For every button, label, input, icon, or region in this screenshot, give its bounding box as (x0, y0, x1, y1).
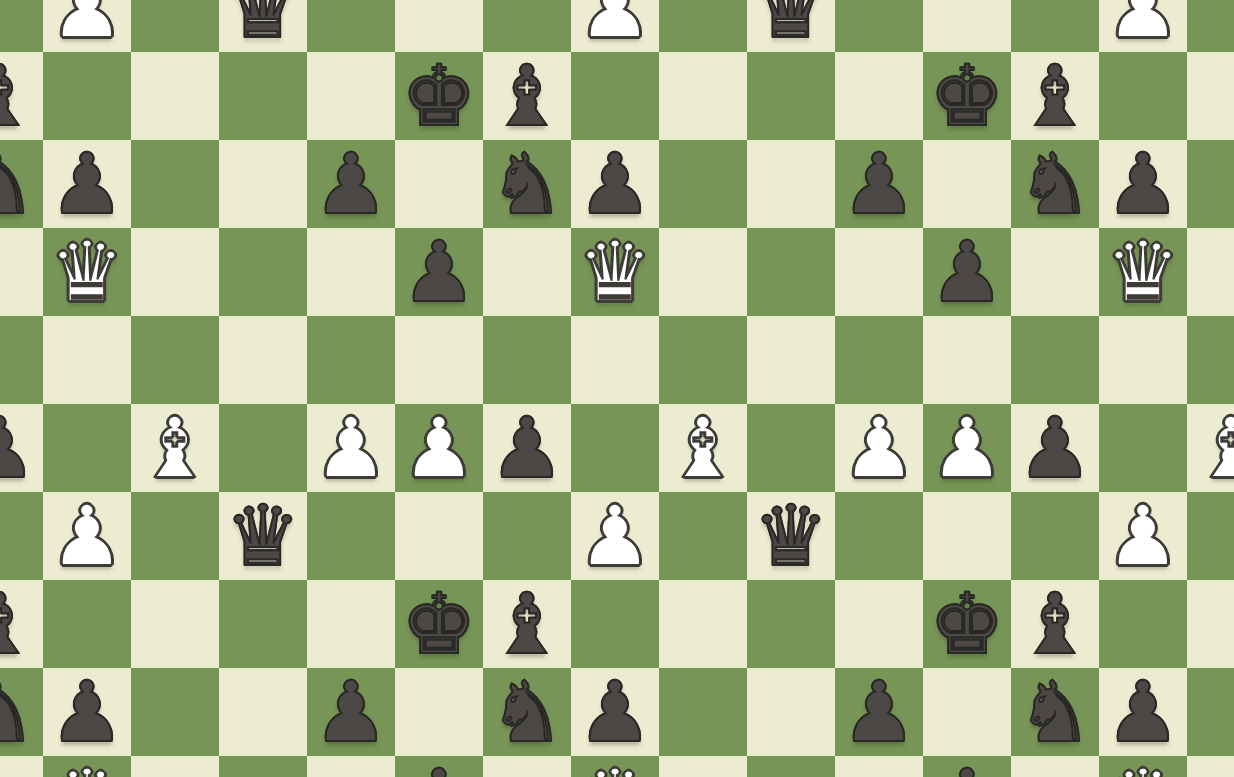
square-r6-c1[interactable]: ♟ (43, 492, 131, 580)
square-r9-c11[interactable]: ♟ (923, 756, 1011, 777)
square-r1-c6[interactable]: ♝ (483, 52, 571, 140)
white-queen[interactable]: ♛ (577, 230, 652, 314)
square-r9-c5[interactable]: ♟ (395, 756, 483, 777)
square-r0-c1[interactable]: ♟ (43, 0, 131, 52)
square-r2-c8[interactable] (659, 140, 747, 228)
square-r6-c2[interactable] (131, 492, 219, 580)
black-pawn[interactable]: ♟ (1105, 670, 1180, 754)
square-r0-c4[interactable] (307, 0, 395, 52)
square-r5-c6[interactable]: ♟ (483, 404, 571, 492)
square-r6-c5[interactable] (395, 492, 483, 580)
square-r2-c1[interactable]: ♟ (43, 140, 131, 228)
square-r2-c14[interactable] (1187, 140, 1234, 228)
black-king[interactable]: ♚ (929, 582, 1004, 666)
square-r0-c9[interactable]: ♛ (747, 0, 835, 52)
square-r1-c7[interactable] (571, 52, 659, 140)
square-r6-c12[interactable] (1011, 492, 1099, 580)
black-pawn[interactable]: ♟ (313, 670, 388, 754)
square-r3-c3[interactable] (219, 228, 307, 316)
square-r5-c12[interactable]: ♟ (1011, 404, 1099, 492)
square-r8-c9[interactable] (747, 668, 835, 756)
square-r7-c2[interactable] (131, 580, 219, 668)
square-r5-c0[interactable]: ♟ (0, 404, 43, 492)
square-r8-c1[interactable]: ♟ (43, 668, 131, 756)
square-r1-c14[interactable] (1187, 52, 1234, 140)
black-knight[interactable]: ♞ (0, 142, 37, 226)
black-pawn[interactable]: ♟ (1017, 406, 1092, 490)
black-king[interactable]: ♚ (929, 54, 1004, 138)
square-r9-c6[interactable] (483, 756, 571, 777)
square-r3-c1[interactable]: ♛ (43, 228, 131, 316)
black-king[interactable]: ♚ (401, 54, 476, 138)
square-r2-c11[interactable] (923, 140, 1011, 228)
square-r7-c11[interactable]: ♚ (923, 580, 1011, 668)
white-bishop[interactable]: ♝ (1193, 406, 1234, 490)
square-r7-c9[interactable] (747, 580, 835, 668)
black-pawn[interactable]: ♟ (313, 142, 388, 226)
square-r1-c9[interactable] (747, 52, 835, 140)
white-pawn[interactable]: ♟ (841, 406, 916, 490)
square-r2-c2[interactable] (131, 140, 219, 228)
black-knight[interactable]: ♞ (1017, 670, 1092, 754)
black-pawn[interactable]: ♟ (929, 758, 1004, 777)
square-r5-c1[interactable] (43, 404, 131, 492)
black-pawn[interactable]: ♟ (49, 670, 124, 754)
square-r7-c13[interactable] (1099, 580, 1187, 668)
square-r8-c14[interactable] (1187, 668, 1234, 756)
white-pawn[interactable]: ♟ (401, 406, 476, 490)
black-knight[interactable]: ♞ (1017, 142, 1092, 226)
black-knight[interactable]: ♞ (0, 670, 37, 754)
square-r5-c13[interactable] (1099, 404, 1187, 492)
square-r5-c9[interactable] (747, 404, 835, 492)
square-r9-c9[interactable] (747, 756, 835, 777)
square-r9-c1[interactable]: ♛ (43, 756, 131, 777)
white-queen[interactable]: ♛ (49, 230, 124, 314)
square-r7-c0[interactable]: ♝ (0, 580, 43, 668)
square-r9-c8[interactable] (659, 756, 747, 777)
square-r1-c11[interactable]: ♚ (923, 52, 1011, 140)
black-bishop[interactable]: ♝ (0, 54, 37, 138)
square-r1-c12[interactable]: ♝ (1011, 52, 1099, 140)
square-r5-c10[interactable]: ♟ (835, 404, 923, 492)
square-r0-c0[interactable] (0, 0, 43, 52)
square-r1-c8[interactable] (659, 52, 747, 140)
square-r6-c3[interactable]: ♛ (219, 492, 307, 580)
square-r6-c11[interactable] (923, 492, 1011, 580)
square-r3-c4[interactable] (307, 228, 395, 316)
chess-board: ♟♛♟♛♟♝♚♝♚♝♞♟♟♞♟♟♞♟♛♟♛♟♛♟♝♟♟♟♝♟♟♟♝♟♛♟♛♟♝♚… (0, 0, 1234, 777)
square-r5-c11[interactable]: ♟ (923, 404, 1011, 492)
square-r6-c7[interactable]: ♟ (571, 492, 659, 580)
square-r9-c4[interactable] (307, 756, 395, 777)
square-r5-c14[interactable]: ♝ (1187, 404, 1234, 492)
square-r4-c2[interactable] (131, 316, 219, 404)
black-bishop[interactable]: ♝ (1017, 582, 1092, 666)
square-r0-c8[interactable] (659, 0, 747, 52)
square-r0-c2[interactable] (131, 0, 219, 52)
black-pawn[interactable]: ♟ (1105, 142, 1180, 226)
square-r9-c0[interactable] (0, 756, 43, 777)
black-queen[interactable]: ♛ (225, 494, 300, 578)
black-queen[interactable]: ♛ (753, 0, 828, 50)
square-r4-c0[interactable] (0, 316, 43, 404)
square-r8-c10[interactable]: ♟ (835, 668, 923, 756)
square-r2-c3[interactable] (219, 140, 307, 228)
square-r2-c6[interactable]: ♞ (483, 140, 571, 228)
square-r6-c6[interactable] (483, 492, 571, 580)
square-r1-c10[interactable] (835, 52, 923, 140)
square-r7-c14[interactable] (1187, 580, 1234, 668)
black-pawn[interactable]: ♟ (577, 670, 652, 754)
square-r6-c13[interactable]: ♟ (1099, 492, 1187, 580)
black-bishop[interactable]: ♝ (0, 582, 37, 666)
square-r3-c0[interactable] (0, 228, 43, 316)
black-knight[interactable]: ♞ (489, 670, 564, 754)
square-r4-c7[interactable] (571, 316, 659, 404)
white-pawn[interactable]: ♟ (49, 494, 124, 578)
square-r4-c13[interactable] (1099, 316, 1187, 404)
black-bishop[interactable]: ♝ (1017, 54, 1092, 138)
square-r0-c3[interactable]: ♛ (219, 0, 307, 52)
square-r1-c13[interactable] (1099, 52, 1187, 140)
square-r8-c12[interactable]: ♞ (1011, 668, 1099, 756)
square-r5-c5[interactable]: ♟ (395, 404, 483, 492)
square-r2-c10[interactable]: ♟ (835, 140, 923, 228)
black-bishop[interactable]: ♝ (489, 54, 564, 138)
square-r9-c10[interactable] (835, 756, 923, 777)
black-king[interactable]: ♚ (401, 582, 476, 666)
square-r4-c6[interactable] (483, 316, 571, 404)
square-r6-c9[interactable]: ♛ (747, 492, 835, 580)
square-r8-c0[interactable]: ♞ (0, 668, 43, 756)
white-pawn[interactable]: ♟ (577, 494, 652, 578)
square-r7-c7[interactable] (571, 580, 659, 668)
square-r7-c10[interactable] (835, 580, 923, 668)
black-pawn[interactable]: ♟ (401, 758, 476, 777)
square-r3-c5[interactable]: ♟ (395, 228, 483, 316)
square-r1-c2[interactable] (131, 52, 219, 140)
square-r3-c8[interactable] (659, 228, 747, 316)
black-pawn[interactable]: ♟ (929, 230, 1004, 314)
square-r8-c13[interactable]: ♟ (1099, 668, 1187, 756)
square-r7-c1[interactable] (43, 580, 131, 668)
white-bishop[interactable]: ♝ (137, 406, 212, 490)
square-r0-c11[interactable] (923, 0, 1011, 52)
black-pawn[interactable]: ♟ (577, 142, 652, 226)
square-r5-c8[interactable]: ♝ (659, 404, 747, 492)
square-r2-c12[interactable]: ♞ (1011, 140, 1099, 228)
square-r0-c13[interactable]: ♟ (1099, 0, 1187, 52)
square-r3-c9[interactable] (747, 228, 835, 316)
square-r4-c4[interactable] (307, 316, 395, 404)
square-r5-c7[interactable] (571, 404, 659, 492)
square-r4-c3[interactable] (219, 316, 307, 404)
square-r4-c9[interactable] (747, 316, 835, 404)
square-r3-c2[interactable] (131, 228, 219, 316)
square-r2-c4[interactable]: ♟ (307, 140, 395, 228)
square-r4-c12[interactable] (1011, 316, 1099, 404)
square-r2-c9[interactable] (747, 140, 835, 228)
square-r0-c5[interactable] (395, 0, 483, 52)
square-r7-c3[interactable] (219, 580, 307, 668)
black-pawn[interactable]: ♟ (489, 406, 564, 490)
white-pawn[interactable]: ♟ (1105, 0, 1180, 50)
square-r1-c4[interactable] (307, 52, 395, 140)
black-queen[interactable]: ♛ (225, 0, 300, 50)
square-r1-c5[interactable]: ♚ (395, 52, 483, 140)
black-bishop[interactable]: ♝ (489, 582, 564, 666)
square-r3-c12[interactable] (1011, 228, 1099, 316)
square-r4-c10[interactable] (835, 316, 923, 404)
white-pawn[interactable]: ♟ (577, 0, 652, 50)
square-r9-c13[interactable]: ♛ (1099, 756, 1187, 777)
square-r1-c0[interactable]: ♝ (0, 52, 43, 140)
white-pawn[interactable]: ♟ (1105, 494, 1180, 578)
chess-pattern-screen: ♟♛♟♛♟♝♚♝♚♝♞♟♟♞♟♟♞♟♛♟♛♟♛♟♝♟♟♟♝♟♟♟♝♟♛♟♛♟♝♚… (0, 0, 1234, 777)
square-r8-c7[interactable]: ♟ (571, 668, 659, 756)
black-pawn[interactable]: ♟ (49, 142, 124, 226)
square-r9-c3[interactable] (219, 756, 307, 777)
square-r0-c10[interactable] (835, 0, 923, 52)
square-r1-c3[interactable] (219, 52, 307, 140)
square-r8-c11[interactable] (923, 668, 1011, 756)
square-r3-c6[interactable] (483, 228, 571, 316)
square-r0-c7[interactable]: ♟ (571, 0, 659, 52)
square-r5-c3[interactable] (219, 404, 307, 492)
square-r2-c5[interactable] (395, 140, 483, 228)
square-r7-c4[interactable] (307, 580, 395, 668)
square-r3-c14[interactable] (1187, 228, 1234, 316)
square-r9-c14[interactable] (1187, 756, 1234, 777)
square-r6-c8[interactable] (659, 492, 747, 580)
square-r0-c12[interactable] (1011, 0, 1099, 52)
square-r9-c12[interactable] (1011, 756, 1099, 777)
square-r6-c10[interactable] (835, 492, 923, 580)
white-queen[interactable]: ♛ (49, 758, 124, 777)
square-r7-c12[interactable]: ♝ (1011, 580, 1099, 668)
square-r8-c4[interactable]: ♟ (307, 668, 395, 756)
white-pawn[interactable]: ♟ (49, 0, 124, 50)
square-r8-c6[interactable]: ♞ (483, 668, 571, 756)
square-r6-c0[interactable] (0, 492, 43, 580)
square-r2-c13[interactable]: ♟ (1099, 140, 1187, 228)
square-r5-c2[interactable]: ♝ (131, 404, 219, 492)
black-pawn[interactable]: ♟ (841, 142, 916, 226)
square-r1-c1[interactable] (43, 52, 131, 140)
black-queen[interactable]: ♛ (753, 494, 828, 578)
square-r4-c8[interactable] (659, 316, 747, 404)
square-r0-c14[interactable] (1187, 0, 1234, 52)
square-r3-c13[interactable]: ♛ (1099, 228, 1187, 316)
square-r9-c7[interactable]: ♛ (571, 756, 659, 777)
white-pawn[interactable]: ♟ (929, 406, 1004, 490)
square-r7-c5[interactable]: ♚ (395, 580, 483, 668)
square-r6-c4[interactable] (307, 492, 395, 580)
square-r3-c11[interactable]: ♟ (923, 228, 1011, 316)
white-queen[interactable]: ♛ (577, 758, 652, 777)
square-r9-c2[interactable] (131, 756, 219, 777)
square-r8-c8[interactable] (659, 668, 747, 756)
square-r8-c5[interactable] (395, 668, 483, 756)
white-queen[interactable]: ♛ (1105, 230, 1180, 314)
square-r4-c1[interactable] (43, 316, 131, 404)
black-pawn[interactable]: ♟ (841, 670, 916, 754)
black-pawn[interactable]: ♟ (401, 230, 476, 314)
square-r8-c2[interactable] (131, 668, 219, 756)
square-r2-c7[interactable]: ♟ (571, 140, 659, 228)
black-pawn[interactable]: ♟ (0, 406, 37, 490)
white-bishop[interactable]: ♝ (665, 406, 740, 490)
white-pawn[interactable]: ♟ (313, 406, 388, 490)
square-r8-c3[interactable] (219, 668, 307, 756)
square-r4-c14[interactable] (1187, 316, 1234, 404)
square-r4-c11[interactable] (923, 316, 1011, 404)
square-r0-c6[interactable] (483, 0, 571, 52)
square-r3-c7[interactable]: ♛ (571, 228, 659, 316)
square-r3-c10[interactable] (835, 228, 923, 316)
square-r4-c5[interactable] (395, 316, 483, 404)
square-r7-c6[interactable]: ♝ (483, 580, 571, 668)
black-knight[interactable]: ♞ (489, 142, 564, 226)
white-queen[interactable]: ♛ (1105, 758, 1180, 777)
square-r7-c8[interactable] (659, 580, 747, 668)
square-r2-c0[interactable]: ♞ (0, 140, 43, 228)
square-r6-c14[interactable] (1187, 492, 1234, 580)
square-r5-c4[interactable]: ♟ (307, 404, 395, 492)
